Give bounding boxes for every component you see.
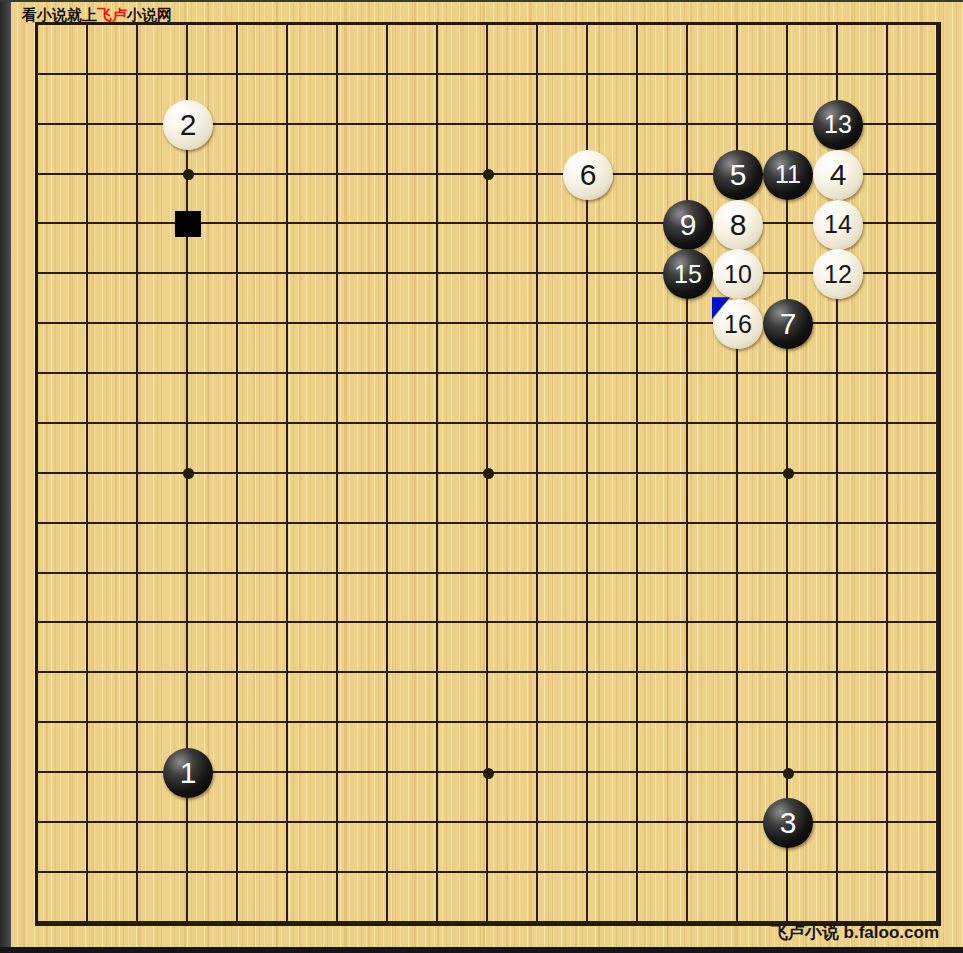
- board-intersection: [213, 898, 263, 948]
- stone-number: 13: [824, 112, 852, 137]
- board-intersection: [413, 150, 463, 200]
- board-intersection: [363, 399, 413, 449]
- board-intersection: [813, 549, 863, 599]
- board-intersection: [713, 100, 763, 150]
- board-intersection: [863, 599, 913, 649]
- stone-number: 3: [780, 808, 797, 838]
- board-intersection: [713, 50, 763, 100]
- board-intersection: [263, 648, 313, 698]
- board-intersection: [613, 698, 663, 748]
- board-intersection: [263, 549, 313, 599]
- board-intersection: [513, 499, 563, 549]
- board-intersection: [113, 798, 163, 848]
- board-intersection: [413, 100, 463, 150]
- board-intersection: [863, 399, 913, 449]
- stone-number: 7: [780, 309, 797, 339]
- board-intersection: [113, 698, 163, 748]
- board-intersection: [713, 349, 763, 399]
- board-intersection: [463, 499, 513, 549]
- board-intersection: [63, 299, 113, 349]
- board-intersection: [863, 0, 913, 50]
- board-intersection: [363, 100, 413, 150]
- board-intersection: 14: [813, 200, 863, 250]
- board-intersection: [263, 449, 313, 499]
- board-intersection: [463, 798, 513, 848]
- board-intersection: [63, 150, 113, 200]
- stone-number: 4: [830, 160, 847, 190]
- board-intersection: [913, 698, 963, 748]
- board-intersection: [63, 399, 113, 449]
- board-intersection: [613, 349, 663, 399]
- board-intersection: [863, 449, 913, 499]
- board-intersection: [613, 499, 663, 549]
- board-intersection: [63, 349, 113, 399]
- board-intersection: [163, 848, 213, 898]
- board-intersection: [263, 698, 313, 748]
- board-intersection: [213, 599, 263, 649]
- board-intersection: [363, 50, 413, 100]
- board-intersection: [363, 150, 413, 200]
- board-intersection: 5: [713, 150, 763, 200]
- board-intersection: [863, 150, 913, 200]
- board-intersection: [313, 549, 363, 599]
- board-intersection: [163, 349, 213, 399]
- board-intersection: [863, 748, 913, 798]
- board-intersection: [913, 399, 963, 449]
- board-intersection: [563, 249, 613, 299]
- board-intersection: [813, 399, 863, 449]
- board-intersection: [513, 549, 563, 599]
- board-intersection: [813, 648, 863, 698]
- board-intersection: [413, 449, 463, 499]
- board-intersection: [413, 50, 463, 100]
- board-intersection: [513, 698, 563, 748]
- board-intersection: [63, 648, 113, 698]
- board-intersection: [513, 798, 563, 848]
- board-intersection: [913, 449, 963, 499]
- board-intersection: [113, 549, 163, 599]
- board-intersection: [463, 200, 513, 250]
- board-intersection: [113, 648, 163, 698]
- board-intersection: [263, 200, 313, 250]
- board-intersection: [213, 798, 263, 848]
- board-intersection: [363, 249, 413, 299]
- board-intersection: [713, 748, 763, 798]
- board-intersection: [313, 150, 363, 200]
- board-intersection: [763, 748, 813, 798]
- board-intersection: [463, 50, 513, 100]
- board-intersection: [13, 349, 63, 399]
- board-intersection: [263, 249, 313, 299]
- board-intersection: [513, 299, 563, 349]
- board-intersection: [313, 898, 363, 948]
- board-intersection: [213, 748, 263, 798]
- star-point: [483, 468, 494, 479]
- board-intersection: [363, 898, 413, 948]
- board-intersection: [313, 249, 363, 299]
- board-intersection: [13, 798, 63, 848]
- stone-number: 16: [724, 312, 752, 337]
- board-intersection: [763, 648, 813, 698]
- board-intersection: [163, 698, 213, 748]
- board-intersection: [563, 549, 613, 599]
- board-intersection: [613, 798, 663, 848]
- board-intersection: [513, 898, 563, 948]
- board-intersection: [363, 0, 413, 50]
- star-point: [183, 468, 194, 479]
- board-intersection: [263, 848, 313, 898]
- board-intersection: [663, 0, 713, 50]
- board-intersection: [63, 748, 113, 798]
- board-intersection: [413, 848, 463, 898]
- board-intersection: [863, 299, 913, 349]
- board-intersection: [863, 499, 913, 549]
- board-intersection: [263, 599, 313, 649]
- board-intersection: [813, 0, 863, 50]
- board-intersection: [263, 798, 313, 848]
- board-intersection: [813, 50, 863, 100]
- board-intersection: [413, 698, 463, 748]
- board-intersection: [563, 698, 613, 748]
- star-point: [783, 468, 794, 479]
- board-intersection: [463, 349, 513, 399]
- board-intersection: [913, 648, 963, 698]
- board-intersection: [263, 349, 313, 399]
- board-intersection: [563, 200, 613, 250]
- board-intersection: [763, 0, 813, 50]
- board-intersection: [113, 200, 163, 250]
- stone-black-7: 7: [763, 299, 813, 349]
- board-intersection: 16: [713, 299, 763, 349]
- board-intersection: [313, 349, 363, 399]
- board-intersection: [913, 549, 963, 599]
- board-intersection: [13, 100, 63, 150]
- stone-number: 9: [680, 210, 697, 240]
- board-intersection: [813, 449, 863, 499]
- board-intersection: [613, 748, 663, 798]
- board-intersection: 12: [813, 249, 863, 299]
- board-intersection: [263, 299, 313, 349]
- board-intersection: [13, 599, 63, 649]
- stone-black-5: 5: [713, 150, 763, 200]
- board-intersection: [213, 299, 263, 349]
- board-intersection: [563, 648, 613, 698]
- stone-black-3: 3: [763, 798, 813, 848]
- board-intersection: [13, 200, 63, 250]
- board-intersection: [563, 499, 613, 549]
- stone-white-14: 14: [813, 200, 863, 250]
- board-intersection: [63, 200, 113, 250]
- board-intersection: [563, 798, 613, 848]
- board-intersection: [163, 798, 213, 848]
- board-intersection: [363, 698, 413, 748]
- board-intersection: [563, 848, 613, 898]
- board-intersection: [63, 549, 113, 599]
- board-intersection: [313, 50, 363, 100]
- board-intersection: [313, 0, 363, 50]
- board-intersection: [113, 299, 163, 349]
- board-intersection: 11: [763, 150, 813, 200]
- board-intersection: [163, 599, 213, 649]
- board-intersection: [513, 648, 563, 698]
- board-intersection: [563, 599, 613, 649]
- stone-number: 6: [580, 160, 597, 190]
- board-intersection: [463, 549, 513, 599]
- board-intersection: [713, 599, 763, 649]
- board-intersection: [63, 249, 113, 299]
- board-intersection: 8: [713, 200, 763, 250]
- board-intersection: 1: [163, 748, 213, 798]
- board-intersection: [663, 848, 713, 898]
- board-intersection: [363, 648, 413, 698]
- board-intersection: [913, 249, 963, 299]
- stone-white-12: 12: [813, 249, 863, 299]
- board-intersection: [663, 898, 713, 948]
- board-intersection: 10: [713, 249, 763, 299]
- board-intersection: [663, 798, 713, 848]
- board-intersection: [863, 349, 913, 399]
- board-intersection: [763, 349, 813, 399]
- board-intersection: [413, 349, 463, 399]
- stone-number: 10: [724, 262, 752, 287]
- board-intersection: [863, 648, 913, 698]
- board-intersection: [313, 748, 363, 798]
- board-intersection: [363, 748, 413, 798]
- board-intersection: [913, 50, 963, 100]
- star-point: [783, 768, 794, 779]
- site-watermark-bottom: 飞卢小说 b.faloo.com: [771, 921, 939, 944]
- watermark-prefix: 看小说就上: [22, 6, 97, 23]
- star-point: [483, 768, 494, 779]
- board-intersection: [13, 50, 63, 100]
- black-square-marker: [175, 211, 201, 237]
- board-intersection: [763, 399, 813, 449]
- board-intersection: 6: [563, 150, 613, 200]
- board-intersection: [213, 50, 263, 100]
- board-intersection: [863, 249, 913, 299]
- board-intersection: [463, 748, 513, 798]
- board-intersection: [213, 549, 263, 599]
- board-intersection: [163, 249, 213, 299]
- board-intersection: [213, 848, 263, 898]
- board-intersection: [63, 898, 113, 948]
- board-intersection: [413, 898, 463, 948]
- board-intersection: 13: [813, 100, 863, 150]
- board-intersection: [163, 299, 213, 349]
- stone-number: 5: [730, 160, 747, 190]
- board-intersection: [863, 100, 913, 150]
- board-intersection: [63, 698, 113, 748]
- board-intersection: [513, 599, 563, 649]
- board-intersection: 9: [663, 200, 713, 250]
- board-intersection: [413, 648, 463, 698]
- board-intersection: [913, 0, 963, 50]
- board-intersection: [613, 449, 663, 499]
- board-intersection: [113, 349, 163, 399]
- board-intersection: [813, 798, 863, 848]
- board-intersection: [913, 200, 963, 250]
- board-intersection: [13, 848, 63, 898]
- board-intersection: [463, 599, 513, 649]
- board-intersection: [713, 499, 763, 549]
- board-intersection: [263, 50, 313, 100]
- board-intersection: [863, 50, 913, 100]
- board-intersection: [713, 898, 763, 948]
- board-intersection: [313, 399, 363, 449]
- board-intersection: [613, 50, 663, 100]
- board-intersection: [363, 449, 413, 499]
- board-intersection: [463, 898, 513, 948]
- board-intersection: [363, 549, 413, 599]
- board-intersection: 2: [163, 100, 213, 150]
- board-intersection: [463, 698, 513, 748]
- board-intersection: [713, 399, 763, 449]
- board-intersection: [63, 499, 113, 549]
- board-intersection: [13, 549, 63, 599]
- board-intersection: [513, 249, 563, 299]
- board-intersection: [113, 599, 163, 649]
- board-intersection: [763, 848, 813, 898]
- board-intersection: [813, 349, 863, 399]
- board-intersection: [663, 299, 713, 349]
- board-intersection: [513, 399, 563, 449]
- board-intersection: [13, 299, 63, 349]
- stone-white-4: 4: [813, 150, 863, 200]
- board-intersection: [763, 449, 813, 499]
- board-intersection: [213, 249, 263, 299]
- board-intersection: [713, 0, 763, 50]
- board-intersection: [163, 648, 213, 698]
- board-intersection: [513, 449, 563, 499]
- board-intersection: [313, 648, 363, 698]
- board-intersection: [813, 698, 863, 748]
- board-intersection: [863, 549, 913, 599]
- board-intersection: [113, 449, 163, 499]
- star-point: [183, 169, 194, 180]
- board-intersection: [663, 349, 713, 399]
- board-intersection: [63, 449, 113, 499]
- board-intersection: [863, 200, 913, 250]
- stone-white-2: 2: [163, 100, 213, 150]
- board-intersection: [713, 648, 763, 698]
- board-intersection: 15: [663, 249, 713, 299]
- board-intersection: [713, 549, 763, 599]
- stone-black-13: 13: [813, 100, 863, 150]
- board-intersection: [413, 299, 463, 349]
- board-intersection: [263, 0, 313, 50]
- board-intersection: [913, 349, 963, 399]
- board-intersection: [413, 0, 463, 50]
- board-intersection: [213, 399, 263, 449]
- board-intersection: [113, 150, 163, 200]
- board-intersection: [363, 200, 413, 250]
- board-intersection: [613, 150, 663, 200]
- board-intersection: [613, 898, 663, 948]
- board-intersection: [663, 648, 713, 698]
- board-intersection: [713, 698, 763, 748]
- board-intersection: [563, 50, 613, 100]
- board-intersection: [613, 249, 663, 299]
- board-intersection: [363, 349, 413, 399]
- board-intersection: [113, 399, 163, 449]
- stone-black-9: 9: [663, 200, 713, 250]
- board-intersection: [263, 748, 313, 798]
- board-intersection: [913, 599, 963, 649]
- board-intersection: [913, 150, 963, 200]
- board-intersection: [513, 848, 563, 898]
- board-intersection: [363, 798, 413, 848]
- site-watermark-top: 看小说就上飞卢小说网: [22, 6, 172, 25]
- board-intersection: [763, 698, 813, 748]
- board-intersection: [563, 349, 613, 399]
- board-intersection: [913, 299, 963, 349]
- board-intersection: [463, 299, 513, 349]
- board-intersection: [163, 399, 213, 449]
- stone-white-10: 10: [713, 249, 763, 299]
- board-intersection: [213, 0, 263, 50]
- board-intersection: [913, 499, 963, 549]
- board-intersection: [863, 848, 913, 898]
- board-intersection: [813, 848, 863, 898]
- stone-black-11: 11: [763, 150, 813, 200]
- board-intersection: [513, 100, 563, 150]
- board-intersection: [913, 100, 963, 150]
- board-intersection: [113, 848, 163, 898]
- board-intersection: [163, 549, 213, 599]
- stone-black-15: 15: [663, 249, 713, 299]
- board-intersection: [563, 100, 613, 150]
- board-intersection: [163, 449, 213, 499]
- board-intersection: [613, 399, 663, 449]
- board-intersection: [413, 200, 463, 250]
- board-intersection: [313, 100, 363, 150]
- board-intersection: [113, 100, 163, 150]
- board-intersection: [63, 599, 113, 649]
- board-intersection: [363, 299, 413, 349]
- board-intersection: [563, 299, 613, 349]
- board-intersection: [313, 200, 363, 250]
- board-intersection: [213, 499, 263, 549]
- board-intersection: [63, 100, 113, 150]
- board-intersection: [63, 848, 113, 898]
- board-intersection: [413, 249, 463, 299]
- stone-number: 2: [180, 110, 197, 140]
- board-intersection: [163, 50, 213, 100]
- board-intersection: [213, 200, 263, 250]
- board-intersection: [13, 399, 63, 449]
- board-intersection: [463, 249, 513, 299]
- board-intersection: [363, 599, 413, 649]
- bottom-edge-bar: [0, 947, 963, 953]
- board-intersection: [63, 50, 113, 100]
- board-intersection: [313, 299, 363, 349]
- board-intersection: [663, 100, 713, 150]
- board-intersection: [663, 549, 713, 599]
- board-intersection: [13, 249, 63, 299]
- board-intersection: [213, 648, 263, 698]
- board-intersection: [13, 898, 63, 948]
- board-intersection: 7: [763, 299, 813, 349]
- board-intersection: [813, 599, 863, 649]
- go-board: 21365114981415101216713: [13, 0, 963, 948]
- board-intersection: [763, 249, 813, 299]
- stone-number: 12: [824, 262, 852, 287]
- board-intersection: [13, 748, 63, 798]
- board-intersection: [613, 0, 663, 50]
- board-intersection: [813, 499, 863, 549]
- board-intersection: [763, 499, 813, 549]
- stone-number: 14: [824, 212, 852, 237]
